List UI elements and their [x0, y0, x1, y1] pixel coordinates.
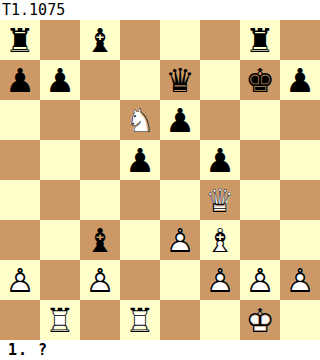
piece-black-rook[interactable]: ♜ — [245, 24, 275, 57]
piece-glyph: ♟ — [45, 61, 75, 100]
square-g3[interactable] — [240, 220, 280, 260]
square-h8[interactable] — [280, 20, 320, 60]
square-a7[interactable]: ♟ — [0, 60, 40, 100]
piece-white-pawn[interactable]: ♟♙ — [165, 224, 195, 257]
piece-white-bishop[interactable]: ♝♗ — [205, 224, 235, 257]
square-e1[interactable] — [160, 300, 200, 340]
piece-white-knight[interactable]: ♞♘ — [125, 104, 155, 137]
square-e3[interactable]: ♟♙ — [160, 220, 200, 260]
square-a6[interactable] — [0, 100, 40, 140]
square-g6[interactable] — [240, 100, 280, 140]
piece-black-bishop[interactable]: ♝ — [85, 224, 115, 257]
square-f8[interactable] — [200, 20, 240, 60]
square-a8[interactable]: ♜ — [0, 20, 40, 60]
square-e4[interactable] — [160, 180, 200, 220]
square-b3[interactable] — [40, 220, 80, 260]
square-d4[interactable] — [120, 180, 160, 220]
square-a5[interactable] — [0, 140, 40, 180]
piece-glyph: ♝ — [85, 221, 115, 260]
piece-white-pawn[interactable]: ♟♙ — [245, 264, 275, 297]
piece-black-bishop[interactable]: ♝ — [85, 24, 115, 57]
piece-black-rook[interactable]: ♜ — [5, 24, 35, 57]
piece-glyph: ♙ — [85, 261, 115, 300]
piece-glyph: ♔ — [245, 301, 275, 340]
piece-glyph: ♜ — [5, 21, 35, 60]
square-c1[interactable] — [80, 300, 120, 340]
footer: 1. ? — [0, 340, 320, 360]
square-h6[interactable] — [280, 100, 320, 140]
square-a1[interactable] — [0, 300, 40, 340]
square-h1[interactable] — [280, 300, 320, 340]
piece-glyph: ♙ — [5, 261, 35, 300]
square-h2[interactable]: ♟♙ — [280, 260, 320, 300]
piece-glyph: ♙ — [165, 221, 195, 260]
piece-black-king[interactable]: ♚ — [245, 64, 275, 97]
square-f2[interactable]: ♟♙ — [200, 260, 240, 300]
piece-white-pawn[interactable]: ♟♙ — [85, 264, 115, 297]
square-e7[interactable]: ♛ — [160, 60, 200, 100]
piece-glyph: ♜ — [245, 21, 275, 60]
square-f6[interactable] — [200, 100, 240, 140]
piece-black-queen[interactable]: ♛ — [165, 64, 195, 97]
square-b5[interactable] — [40, 140, 80, 180]
square-b8[interactable] — [40, 20, 80, 60]
piece-white-pawn[interactable]: ♟♙ — [5, 264, 35, 297]
piece-glyph: ♝ — [85, 21, 115, 60]
piece-black-pawn[interactable]: ♟ — [165, 104, 195, 137]
piece-glyph: ♙ — [205, 261, 235, 300]
piece-glyph: ♟ — [5, 61, 35, 100]
header: T1.1075 — [0, 0, 320, 20]
square-d1[interactable]: ♜♖ — [120, 300, 160, 340]
square-b2[interactable] — [40, 260, 80, 300]
chess-board: ♜♝♜♟♟♛♚♟♞♘♟♟♟♛♕♝♟♙♝♗♟♙♟♙♟♙♟♙♟♙♜♖♜♖♚♔ — [0, 20, 320, 340]
piece-glyph: ♖ — [125, 301, 155, 340]
square-e2[interactable] — [160, 260, 200, 300]
piece-black-pawn[interactable]: ♟ — [5, 64, 35, 97]
square-e5[interactable] — [160, 140, 200, 180]
square-c2[interactable]: ♟♙ — [80, 260, 120, 300]
puzzle-id: T1.1075 — [2, 1, 65, 19]
square-f4[interactable]: ♛♕ — [200, 180, 240, 220]
square-g4[interactable] — [240, 180, 280, 220]
square-c5[interactable] — [80, 140, 120, 180]
piece-black-pawn[interactable]: ♟ — [125, 144, 155, 177]
piece-white-rook[interactable]: ♜♖ — [45, 304, 75, 337]
square-d8[interactable] — [120, 20, 160, 60]
square-g8[interactable]: ♜ — [240, 20, 280, 60]
square-h3[interactable] — [280, 220, 320, 260]
square-b6[interactable] — [40, 100, 80, 140]
move-prompt: 1. ? — [8, 341, 48, 359]
piece-white-queen[interactable]: ♛♕ — [205, 184, 235, 217]
square-c8[interactable]: ♝ — [80, 20, 120, 60]
square-b4[interactable] — [40, 180, 80, 220]
square-a4[interactable] — [0, 180, 40, 220]
piece-black-pawn[interactable]: ♟ — [45, 64, 75, 97]
piece-glyph: ♟ — [125, 141, 155, 180]
square-a3[interactable] — [0, 220, 40, 260]
square-d3[interactable] — [120, 220, 160, 260]
square-f7[interactable] — [200, 60, 240, 100]
square-g5[interactable] — [240, 140, 280, 180]
square-h4[interactable] — [280, 180, 320, 220]
piece-glyph: ♗ — [205, 221, 235, 260]
square-h7[interactable]: ♟ — [280, 60, 320, 100]
square-b7[interactable]: ♟ — [40, 60, 80, 100]
piece-glyph: ♙ — [245, 261, 275, 300]
piece-glyph: ♘ — [125, 101, 155, 140]
square-d2[interactable] — [120, 260, 160, 300]
piece-white-pawn[interactable]: ♟♙ — [285, 264, 315, 297]
square-c3[interactable]: ♝ — [80, 220, 120, 260]
square-c4[interactable] — [80, 180, 120, 220]
piece-white-king[interactable]: ♚♔ — [245, 304, 275, 337]
piece-glyph: ♙ — [285, 261, 315, 300]
square-d5[interactable]: ♟ — [120, 140, 160, 180]
square-g7[interactable]: ♚ — [240, 60, 280, 100]
square-c6[interactable] — [80, 100, 120, 140]
piece-glyph: ♚ — [245, 61, 275, 100]
square-g2[interactable]: ♟♙ — [240, 260, 280, 300]
piece-glyph: ♛ — [165, 61, 195, 100]
square-a2[interactable]: ♟♙ — [0, 260, 40, 300]
piece-black-pawn[interactable]: ♟ — [205, 144, 235, 177]
square-b1[interactable]: ♜♖ — [40, 300, 80, 340]
chess-puzzle-app: T1.1075 ♜♝♜♟♟♛♚♟♞♘♟♟♟♛♕♝♟♙♝♗♟♙♟♙♟♙♟♙♟♙♜♖… — [0, 0, 320, 360]
square-c7[interactable] — [80, 60, 120, 100]
piece-glyph: ♟ — [165, 101, 195, 140]
piece-glyph: ♕ — [205, 181, 235, 220]
square-f1[interactable] — [200, 300, 240, 340]
square-e6[interactable]: ♟ — [160, 100, 200, 140]
piece-glyph: ♖ — [45, 301, 75, 340]
piece-glyph: ♟ — [285, 61, 315, 100]
square-f3[interactable]: ♝♗ — [200, 220, 240, 260]
square-g1[interactable]: ♚♔ — [240, 300, 280, 340]
piece-white-rook[interactable]: ♜♖ — [125, 304, 155, 337]
square-h5[interactable] — [280, 140, 320, 180]
piece-glyph: ♟ — [205, 141, 235, 180]
square-d7[interactable] — [120, 60, 160, 100]
piece-black-pawn[interactable]: ♟ — [285, 64, 315, 97]
square-d6[interactable]: ♞♘ — [120, 100, 160, 140]
square-e8[interactable] — [160, 20, 200, 60]
piece-white-pawn[interactable]: ♟♙ — [205, 264, 235, 297]
square-f5[interactable]: ♟ — [200, 140, 240, 180]
